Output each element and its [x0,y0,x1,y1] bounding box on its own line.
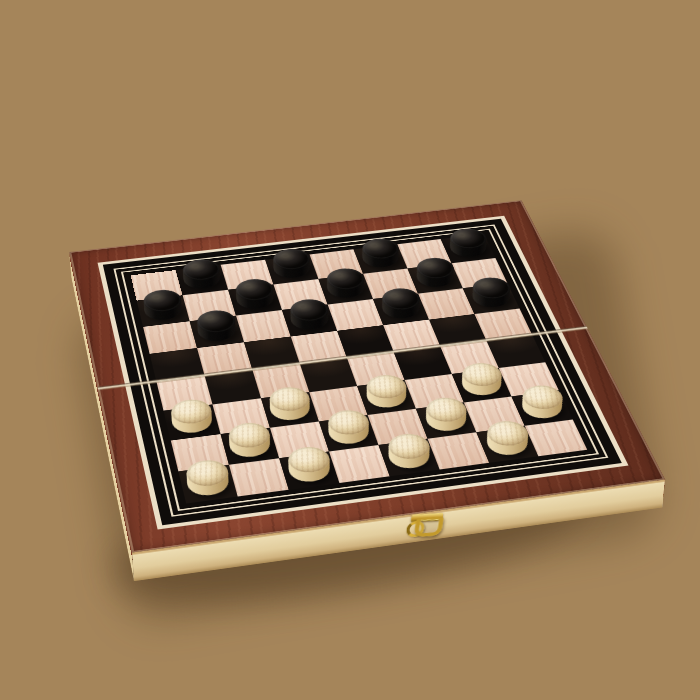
light-man-c6 [267,396,313,424]
light-man-e6 [363,384,410,412]
light-man-b7 [227,432,273,461]
square-a8 [178,465,237,504]
dark-man-h3 [469,286,514,311]
dark-man-b1 [181,268,223,292]
dark-man-h1 [446,237,489,260]
border-black-band [103,219,622,525]
border-pinstripe-outer [113,225,608,517]
dark-man-b3 [195,319,238,345]
square-b7 [221,428,280,465]
dark-man-f1 [359,247,402,270]
light-man-a8 [185,469,232,500]
dark-man-d3 [288,308,332,333]
light-man-c8 [285,456,333,486]
border-cream-band [98,216,629,530]
light-man-f7 [422,406,470,435]
square-e8 [378,439,439,477]
squares-grid [131,234,588,503]
square-h3 [463,283,520,314]
dark-man-a2 [142,298,184,323]
square-c3 [236,310,291,342]
brass-clasp-icon [404,512,450,538]
light-man-g8 [483,430,532,459]
dark-man-e2 [324,277,367,301]
light-man-e8 [385,442,433,472]
dark-man-g2 [413,266,457,290]
light-man-g6 [458,372,505,399]
light-man-a6 [169,408,214,437]
dark-man-c2 [234,288,277,313]
clasp-hasp [414,517,444,537]
dark-man-f3 [379,297,423,322]
border-pinstripe-inner [121,229,599,511]
photo-scene [0,0,700,700]
light-man-h7 [518,394,566,422]
square-b3 [190,316,244,348]
dark-man-d1 [271,258,313,282]
light-man-d7 [325,419,372,448]
square-b8 [229,458,289,496]
